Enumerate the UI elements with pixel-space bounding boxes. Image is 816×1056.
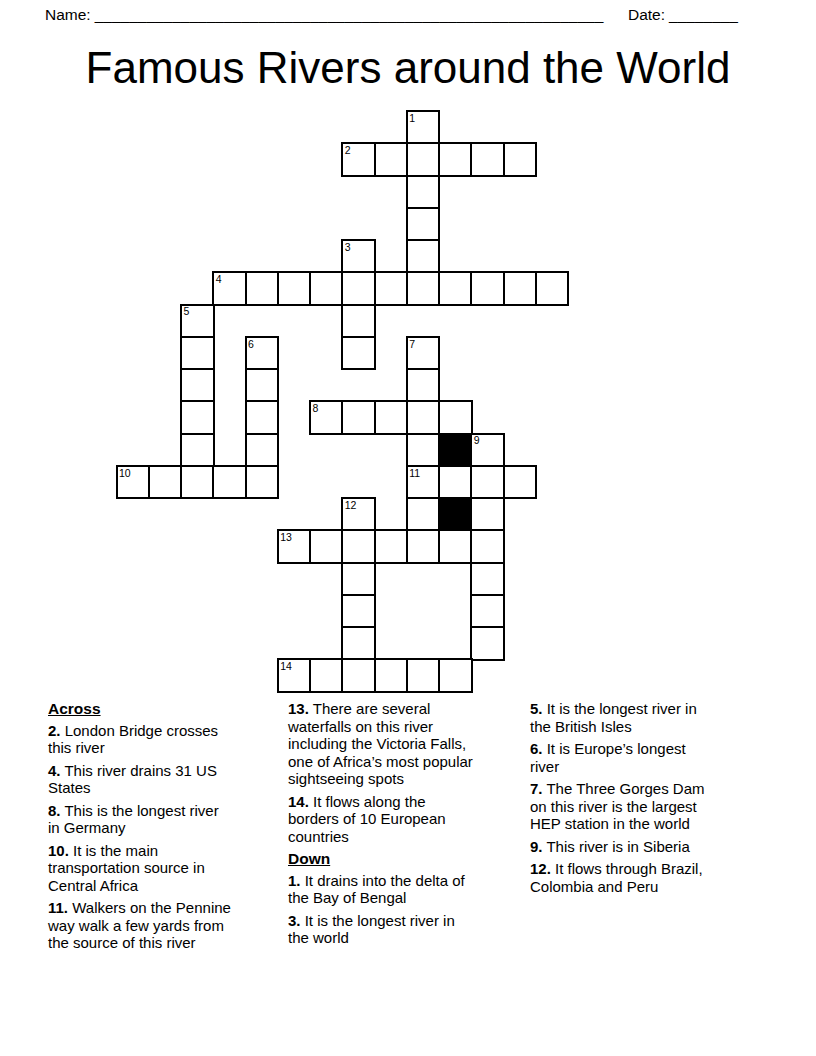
- clue-down-12: 12. It flows through Brazil, Colombia an…: [530, 860, 765, 895]
- grid-cell[interactable]: [438, 400, 473, 435]
- cell-number: 7: [409, 339, 415, 350]
- grid-cell[interactable]: [374, 529, 409, 564]
- grid-cell[interactable]: [470, 594, 505, 629]
- grid-cell[interactable]: [341, 626, 376, 661]
- clue-number: 8.: [48, 802, 61, 819]
- grid-cell[interactable]: [245, 368, 280, 403]
- clue-number: 2.: [48, 722, 61, 739]
- black-cell: [438, 433, 473, 468]
- cell-number: 12: [345, 500, 357, 511]
- grid-cell[interactable]: [470, 465, 505, 500]
- clue-number: 10.: [48, 842, 69, 859]
- clue-across-2: 2. London Bridge crosses this river: [48, 722, 283, 757]
- grid-cell[interactable]: [470, 626, 505, 661]
- clue-across-13: 13. There are several waterfalls on this…: [288, 700, 523, 788]
- grid-cell[interactable]: [406, 400, 441, 435]
- clue-number: 12.: [530, 860, 551, 877]
- across-heading: Across: [48, 700, 283, 718]
- grid-cell[interactable]: [180, 336, 215, 371]
- grid-cell[interactable]: [470, 529, 505, 564]
- grid-cell[interactable]: [309, 271, 344, 306]
- grid-cell[interactable]: [341, 658, 376, 693]
- grid-cell[interactable]: [212, 465, 247, 500]
- clue-down-7: 7. The Three Gorges Dam on this river is…: [530, 780, 765, 833]
- clue-down-5: 5. It is the longest river in the Britis…: [530, 700, 765, 735]
- cell-number: 5: [183, 306, 189, 317]
- grid-cell[interactable]: [341, 336, 376, 371]
- grid-cell[interactable]: [503, 465, 538, 500]
- clue-column-1: Across2. London Bridge crosses this rive…: [48, 700, 283, 957]
- clue-down-3: 3. It is the longest river in the world: [288, 912, 523, 947]
- grid-cell[interactable]: [470, 497, 505, 532]
- grid-cell[interactable]: [406, 368, 441, 403]
- clue-number: 14.: [288, 793, 309, 810]
- grid-cell[interactable]: [245, 465, 280, 500]
- grid-cell[interactable]: [438, 465, 473, 500]
- grid-cell[interactable]: [406, 175, 441, 210]
- grid-cell[interactable]: [309, 658, 344, 693]
- cell-number: 4: [216, 274, 222, 285]
- grid-cell[interactable]: [341, 594, 376, 629]
- clue-across-4: 4. This river drains 31 US States: [48, 762, 283, 797]
- grid-cell[interactable]: [406, 142, 441, 177]
- grid-cell[interactable]: [406, 271, 441, 306]
- grid-cell[interactable]: [245, 433, 280, 468]
- grid-cell[interactable]: [245, 400, 280, 435]
- grid-cell[interactable]: [374, 400, 409, 435]
- black-cell: [438, 497, 473, 532]
- grid-cell[interactable]: [341, 271, 376, 306]
- grid-cell[interactable]: [438, 271, 473, 306]
- grid-cell[interactable]: [406, 529, 441, 564]
- clue-number: 13.: [288, 700, 309, 717]
- grid-cell[interactable]: [406, 207, 441, 242]
- cell-number: 13: [280, 532, 292, 543]
- clue-across-14: 14. It flows along the borders of 10 Eur…: [288, 793, 523, 846]
- grid-cell[interactable]: [406, 658, 441, 693]
- clue-number: 11.: [48, 899, 68, 916]
- clue-column-2: 13. There are several waterfalls on this…: [288, 700, 523, 952]
- clue-number: 3.: [288, 912, 301, 929]
- cell-number: 10: [119, 468, 131, 479]
- cell-number: 3: [345, 242, 351, 253]
- grid-cell[interactable]: [245, 271, 280, 306]
- cell-number: 11: [409, 468, 420, 479]
- clue-column-3: 5. It is the longest river in the Britis…: [530, 700, 765, 900]
- clue-across-8: 8. This is the longest river in Germany: [48, 802, 283, 837]
- grid-cell[interactable]: [374, 142, 409, 177]
- grid-cell[interactable]: [309, 529, 344, 564]
- clue-number: 9.: [530, 838, 543, 855]
- clue-across-10: 10. It is the main transportation source…: [48, 842, 283, 895]
- clue-number: 4.: [48, 762, 61, 779]
- cell-number: 2: [345, 145, 351, 156]
- cell-number: 8: [312, 403, 318, 414]
- grid-cell[interactable]: [341, 562, 376, 597]
- clue-number: 6.: [530, 740, 543, 757]
- grid-cell[interactable]: [470, 142, 505, 177]
- grid-cell[interactable]: [438, 142, 473, 177]
- clue-down-9: 9. This river is in Siberia: [530, 838, 765, 856]
- grid-cell[interactable]: [180, 368, 215, 403]
- cell-number: 1: [409, 113, 415, 124]
- grid-cell[interactable]: [180, 433, 215, 468]
- grid-cell[interactable]: [535, 271, 570, 306]
- grid-cell[interactable]: [406, 239, 441, 274]
- clue-number: 5.: [530, 700, 543, 717]
- clue-down-6: 6. It is Europe’s longest river: [530, 740, 765, 775]
- grid-cell[interactable]: [180, 400, 215, 435]
- grid-cell[interactable]: [374, 271, 409, 306]
- grid-cell[interactable]: [438, 658, 473, 693]
- grid-cell[interactable]: [406, 433, 441, 468]
- grid-cell[interactable]: [470, 271, 505, 306]
- down-heading: Down: [288, 850, 523, 868]
- cell-number: 9: [474, 435, 480, 446]
- grid-cell[interactable]: [277, 271, 312, 306]
- grid-cell[interactable]: [341, 400, 376, 435]
- clue-number: 1.: [288, 872, 301, 889]
- grid-cell[interactable]: [438, 529, 473, 564]
- grid-cell[interactable]: [341, 529, 376, 564]
- grid-cell[interactable]: [406, 497, 441, 532]
- clue-number: 7.: [530, 780, 543, 797]
- cell-number: 6: [248, 339, 254, 350]
- grid-cell[interactable]: [148, 465, 183, 500]
- clue-down-1: 1. It drains into the delta of the Bay o…: [288, 872, 523, 907]
- grid-cell[interactable]: [180, 465, 215, 500]
- cell-number: 14: [280, 661, 292, 672]
- grid-cell[interactable]: [470, 562, 505, 597]
- worksheet-page: Name:___________________________________…: [0, 0, 816, 1056]
- grid-cell[interactable]: [503, 271, 538, 306]
- grid-cell[interactable]: [374, 658, 409, 693]
- clue-across-11: 11. Walkers on the Pennine way walk a fe…: [48, 899, 283, 952]
- grid-cell[interactable]: [503, 142, 538, 177]
- grid-cell[interactable]: [341, 304, 376, 339]
